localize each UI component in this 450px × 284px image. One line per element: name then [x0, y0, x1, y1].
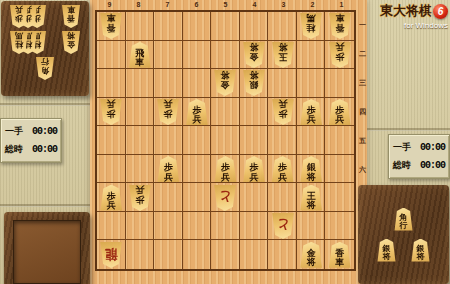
hand-piece-slot[interactable]: 銀将: [377, 239, 397, 262]
shogi-piece[interactable]: 歩兵: [156, 99, 180, 125]
shogi-piece[interactable]: 銀将: [242, 70, 266, 96]
shogi-piece[interactable]: 歩兵: [156, 156, 180, 182]
hand-piece[interactable]: 銀将: [377, 239, 397, 262]
sente-captured-stand: 角行銀将銀将: [358, 185, 449, 284]
file-label: 5: [211, 0, 240, 10]
shogi-piece[interactable]: 歩兵: [242, 156, 266, 182]
total-time-row: 総時 00:00: [5, 143, 57, 156]
move-time-value: 00:00: [420, 142, 445, 153]
shogi-piece[interactable]: 歩兵: [213, 156, 237, 182]
hand-piece-slot[interactable]: 角行: [394, 208, 414, 231]
tatami-seam: [367, 128, 450, 131]
shogi-piece[interactable]: 香車: [99, 13, 123, 39]
shogi-piece[interactable]: 金将: [242, 42, 266, 68]
piece-box-tray: [13, 220, 81, 284]
move-time-value: 00:00: [32, 126, 57, 137]
gote-hand-rows: 歩兵歩兵歩兵香車桂馬桂馬桂馬金将角行: [5, 5, 85, 92]
shogi-piece[interactable]: 歩兵: [299, 99, 323, 125]
stand-row: 歩兵歩兵歩兵香車: [5, 5, 85, 28]
rank-label: 三: [358, 68, 367, 97]
total-time-label: 総時: [5, 143, 23, 156]
file-label: 1: [327, 0, 356, 10]
shogi-piece[interactable]: 歩兵: [271, 99, 295, 125]
total-time-label: 総時: [393, 159, 411, 172]
hand-piece[interactable]: 香車: [61, 5, 81, 28]
file-label: 4: [240, 0, 269, 10]
shogi-piece[interactable]: 歩兵: [99, 99, 123, 125]
shogi-piece[interactable]: 香車: [328, 13, 352, 39]
tatami-seam: [0, 204, 90, 207]
shogi-board-panel: 987654321 香車桂馬香車飛車金将玉将歩兵金将銀将歩兵歩兵歩兵歩兵歩兵歩兵…: [90, 0, 367, 284]
hand-piece-slot[interactable]: 金将: [61, 31, 81, 54]
shogi-piece[interactable]: 歩兵: [271, 156, 295, 182]
move-time-row: 一手 00:00: [393, 141, 445, 154]
hand-piece-stack[interactable]: 歩兵歩兵歩兵: [9, 5, 47, 28]
stand-row: 銀将銀将: [362, 239, 445, 262]
total-time-value: 00:00: [420, 160, 445, 171]
shogi-piece[interactable]: 金将: [213, 70, 237, 96]
hand-piece-slot[interactable]: 角行: [35, 57, 55, 80]
shogi-piece[interactable]: 歩兵: [328, 99, 352, 125]
gote-captured-stand: 歩兵歩兵歩兵香車桂馬桂馬桂馬金将角行: [1, 1, 89, 96]
file-label: 6: [182, 0, 211, 10]
shogi-piece[interactable]: 飛車: [128, 42, 152, 68]
move-time-label: 一手: [5, 125, 23, 138]
logo-subtitle: for Windows: [356, 21, 448, 30]
logo-version-ball: 6: [433, 4, 448, 19]
shogi-piece[interactable]: 香車: [328, 242, 352, 268]
shogi-piece[interactable]: 玉将: [271, 42, 295, 68]
logo-title: 東大将棋: [380, 2, 432, 20]
board-grid: 香車桂馬香車飛車金将玉将歩兵金将銀将歩兵歩兵歩兵歩兵歩兵歩兵歩兵歩兵歩兵歩兵銀将…: [95, 10, 356, 271]
board-pieces-layer: 香車桂馬香車飛車金将玉将歩兵金将銀将歩兵歩兵歩兵歩兵歩兵歩兵歩兵歩兵歩兵歩兵銀将…: [97, 12, 354, 269]
hand-piece[interactable]: 銀将: [411, 239, 431, 262]
shogi-app-window: 987654321 香車桂馬香車飛車金将玉将歩兵金将銀将歩兵歩兵歩兵歩兵歩兵歩兵…: [0, 0, 450, 284]
app-logo: 東大将棋 6 for Windows: [356, 2, 448, 30]
file-label: 3: [269, 0, 298, 10]
hand-piece-slot[interactable]: 銀将: [411, 239, 431, 262]
rank-label: 四: [358, 97, 367, 126]
gote-clock: 一手 00:00 総時 00:00: [0, 118, 62, 163]
hand-piece-stack[interactable]: 桂馬桂馬桂馬: [9, 31, 47, 54]
shogi-piece[interactable]: 歩兵: [99, 185, 123, 211]
hand-piece[interactable]: 金将: [61, 31, 81, 54]
piece-box: [4, 212, 90, 284]
file-label: 2: [298, 0, 327, 10]
file-label: 9: [95, 0, 124, 10]
rank-label: 六: [358, 155, 367, 184]
rank-label: 五: [358, 126, 367, 155]
hand-piece[interactable]: 角行: [394, 208, 414, 231]
rank-label: 二: [358, 39, 367, 68]
sente-hand-rows: 角行銀将銀将: [362, 189, 445, 280]
shogi-piece[interactable]: 金将: [299, 242, 323, 268]
shogi-piece[interactable]: 王将: [299, 185, 323, 211]
shogi-piece[interactable]: 歩兵: [128, 185, 152, 211]
total-time-value: 00:00: [32, 144, 57, 155]
stand-row: 角行: [5, 57, 85, 80]
shogi-piece[interactable]: 銀将: [299, 156, 323, 182]
hand-piece[interactable]: 角行: [35, 57, 55, 80]
tatami-seam: [0, 103, 90, 106]
stand-row: 桂馬桂馬桂馬金将: [5, 31, 85, 54]
shogi-piece[interactable]: と: [271, 213, 295, 239]
shogi-piece[interactable]: 歩兵: [185, 99, 209, 125]
file-label: 8: [124, 0, 153, 10]
move-time-row: 一手 00:00: [5, 125, 57, 138]
file-label: 7: [153, 0, 182, 10]
stand-row: 角行: [362, 208, 445, 231]
file-coordinates: 987654321: [95, 0, 356, 10]
shogi-piece[interactable]: 歩兵: [328, 42, 352, 68]
move-time-label: 一手: [393, 141, 411, 154]
shogi-piece[interactable]: 龍: [99, 242, 123, 268]
shogi-piece[interactable]: と: [213, 185, 237, 211]
hand-piece-slot[interactable]: 香車: [61, 5, 81, 28]
sente-clock: 一手 00:00 総時 00:00: [388, 134, 450, 179]
total-time-row: 総時 00:00: [393, 159, 445, 172]
shogi-piece[interactable]: 桂馬: [299, 13, 323, 39]
